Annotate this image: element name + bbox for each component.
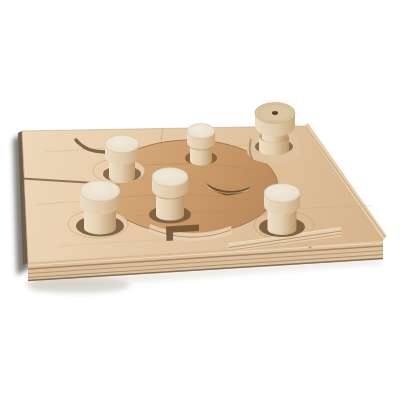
peg-cap-top[interactable] [187, 124, 215, 139]
peg-center[interactable] [152, 168, 188, 221]
puzzle-board-scene [0, 0, 400, 400]
peg-cap-top[interactable] [152, 168, 188, 187]
product-photo-stage [0, 0, 400, 400]
peg-left[interactable] [80, 181, 120, 235]
peg-cap-top[interactable] [105, 135, 139, 153]
peg-cap-top[interactable] [264, 184, 300, 203]
peg-top-left[interactable] [105, 135, 139, 183]
peg-cap-top[interactable] [80, 181, 120, 202]
peg-top-right[interactable] [255, 103, 295, 156]
peg-right[interactable] [264, 184, 300, 236]
peg-center-hole [272, 111, 278, 115]
edge-pin-hole [308, 247, 311, 249]
peg-top-center[interactable] [187, 124, 215, 166]
